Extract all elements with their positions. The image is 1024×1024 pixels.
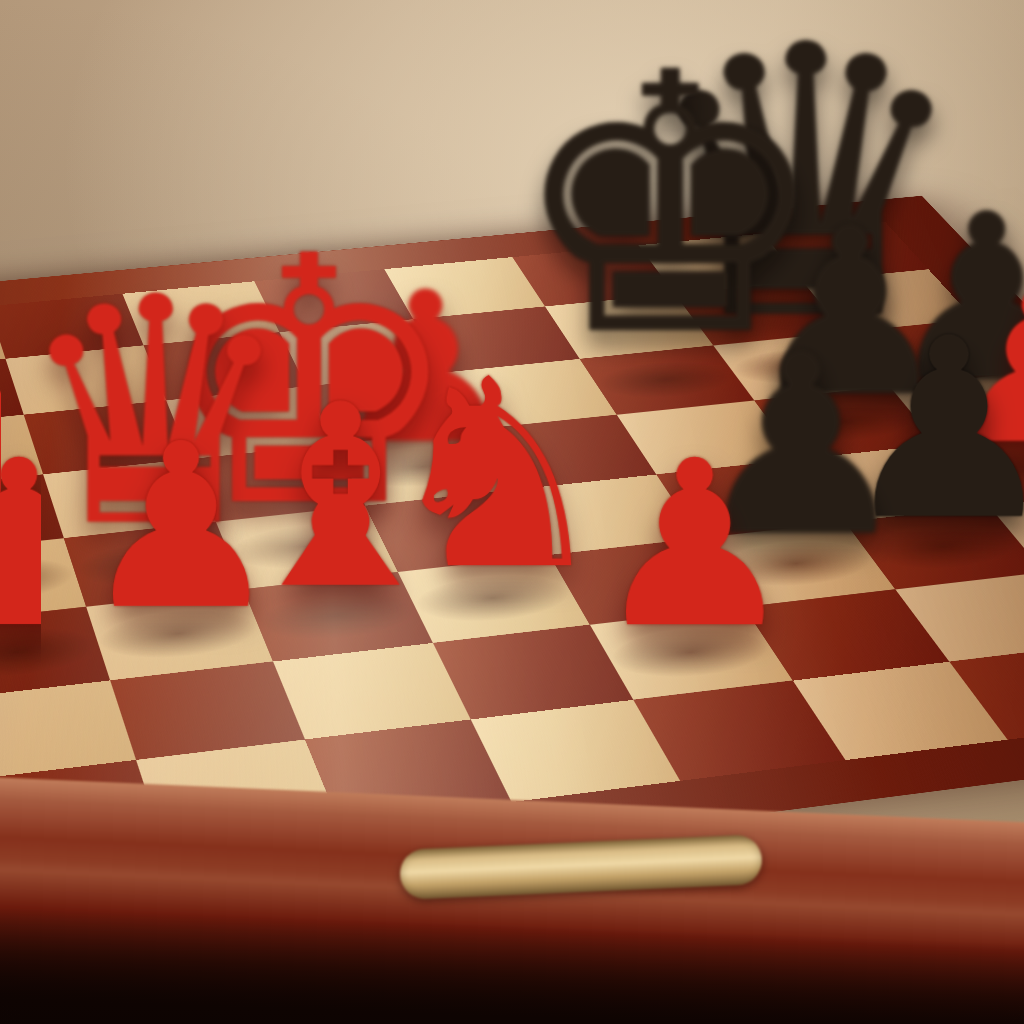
square-e1[interactable] bbox=[633, 681, 845, 781]
red-pawn[interactable]: ♟ bbox=[367, 431, 1023, 660]
photo-scene: ♚♛♟♟♟♟♛♚♟♟♟♝♞♟♟♟ bbox=[0, 0, 1024, 1024]
board-grid: ♚♛♟♟♟♟♛♚♟♟♟♝♞♟♟♟ bbox=[0, 222, 1024, 868]
square-f1[interactable] bbox=[793, 662, 1008, 760]
red-pawn[interactable]: ♟ bbox=[0, 430, 347, 659]
